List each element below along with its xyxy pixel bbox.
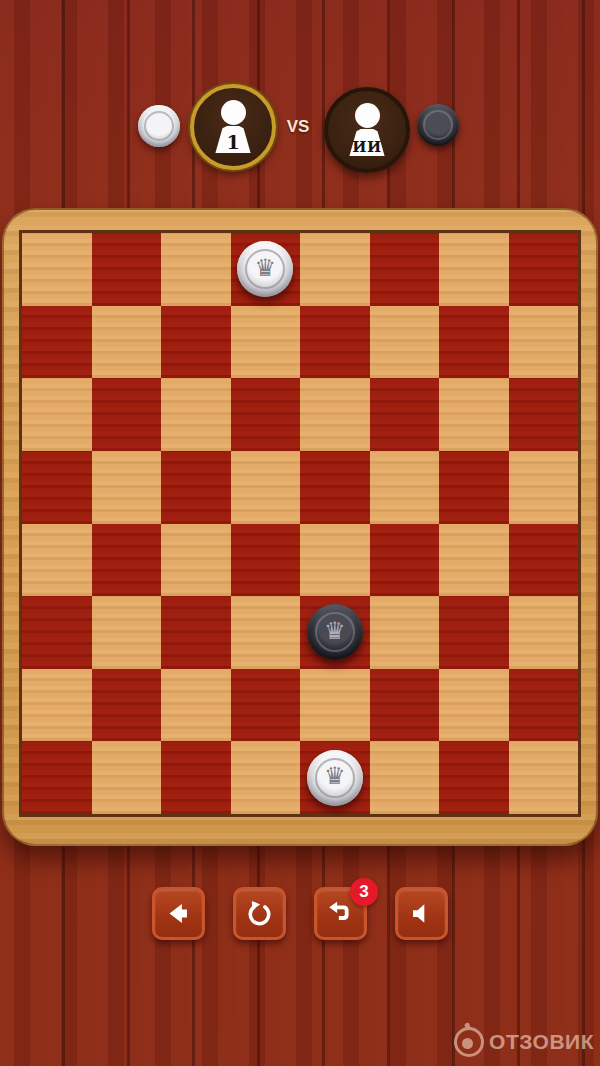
square-d3 [231,596,301,669]
square-c7[interactable] [161,306,231,379]
square-a5[interactable] [22,451,92,524]
square-e7[interactable] [300,306,370,379]
square-b2[interactable] [92,669,162,742]
king-crown-icon: ♛ [324,764,346,788]
square-g1[interactable] [439,741,509,814]
person-icon: 1 [209,100,257,154]
square-g6 [439,378,509,451]
king-crown-icon: ♛ [324,619,346,643]
square-d7 [231,306,301,379]
square-b1 [92,741,162,814]
undo-count-badge: 3 [350,878,378,906]
square-g8 [439,233,509,306]
square-c5[interactable] [161,451,231,524]
square-b6[interactable] [92,378,162,451]
restart-icon [246,900,273,927]
undo-button[interactable]: 3 [314,887,367,940]
square-f4[interactable] [370,524,440,597]
toolbar: 3 [0,887,600,940]
black-mini-checker [417,104,459,146]
square-e2 [300,669,370,742]
square-d5 [231,451,301,524]
square-e6 [300,378,370,451]
square-c4 [161,524,231,597]
square-a6 [22,378,92,451]
person-icon: ИИ [343,103,391,157]
square-e1[interactable]: ♛ [300,741,370,814]
square-h3 [509,596,579,669]
square-a7[interactable] [22,306,92,379]
king-crown-icon: ♛ [254,256,276,280]
square-f7 [370,306,440,379]
square-g5[interactable] [439,451,509,524]
square-f1 [370,741,440,814]
square-g7[interactable] [439,306,509,379]
square-f8[interactable] [370,233,440,306]
square-a8 [22,233,92,306]
player-name-label: 1 [209,131,257,153]
square-e8 [300,233,370,306]
square-b3 [92,596,162,669]
square-f6[interactable] [370,378,440,451]
square-a4 [22,524,92,597]
white-king-piece[interactable]: ♛ [237,241,293,297]
square-f3 [370,596,440,669]
white-mini-checker [138,105,180,147]
square-c6 [161,378,231,451]
opponent-avatar[interactable]: ИИ [324,87,410,173]
speaker-icon [408,900,435,927]
square-g3[interactable] [439,596,509,669]
square-d1 [231,741,301,814]
square-b5 [92,451,162,524]
square-e5[interactable] [300,451,370,524]
square-e4 [300,524,370,597]
opponent-name-label: ИИ [343,138,391,156]
square-c3[interactable] [161,596,231,669]
square-a2 [22,669,92,742]
back-button[interactable] [152,887,205,940]
square-a3[interactable] [22,596,92,669]
square-d2[interactable] [231,669,301,742]
square-d4[interactable] [231,524,301,597]
square-c2 [161,669,231,742]
undo-arrow-icon [327,900,354,927]
board-frame: ♛♛♛ [2,208,598,846]
square-h1 [509,741,579,814]
square-h2[interactable] [509,669,579,742]
person-head [355,103,380,128]
square-c1[interactable] [161,741,231,814]
square-d8[interactable]: ♛ [231,233,301,306]
otzovik-watermark: ОТЗОВИК [454,1027,594,1057]
game-screen: 1 VS ИИ ♛♛♛ [0,0,600,1066]
square-h5 [509,451,579,524]
restart-button[interactable] [233,887,286,940]
square-g4 [439,524,509,597]
square-d6[interactable] [231,378,301,451]
square-h7 [509,306,579,379]
square-e3[interactable]: ♛ [300,596,370,669]
square-f2[interactable] [370,669,440,742]
vs-label: VS [282,117,314,137]
square-h4[interactable] [509,524,579,597]
square-b8[interactable] [92,233,162,306]
white-king-piece[interactable]: ♛ [307,750,363,806]
otzovik-logo-icon [454,1027,484,1057]
square-h8[interactable] [509,233,579,306]
square-f5 [370,451,440,524]
square-c8 [161,233,231,306]
square-h6[interactable] [509,378,579,451]
square-a1[interactable] [22,741,92,814]
board-grid: ♛♛♛ [22,233,578,814]
sound-button[interactable] [395,887,448,940]
square-g2 [439,669,509,742]
black-king-piece[interactable]: ♛ [307,604,363,660]
square-b7 [92,306,162,379]
back-arrow-icon [165,900,192,927]
player-avatar[interactable]: 1 [190,84,276,170]
square-b4[interactable] [92,524,162,597]
person-head [221,100,246,125]
watermark-text: ОТЗОВИК [489,1030,594,1054]
